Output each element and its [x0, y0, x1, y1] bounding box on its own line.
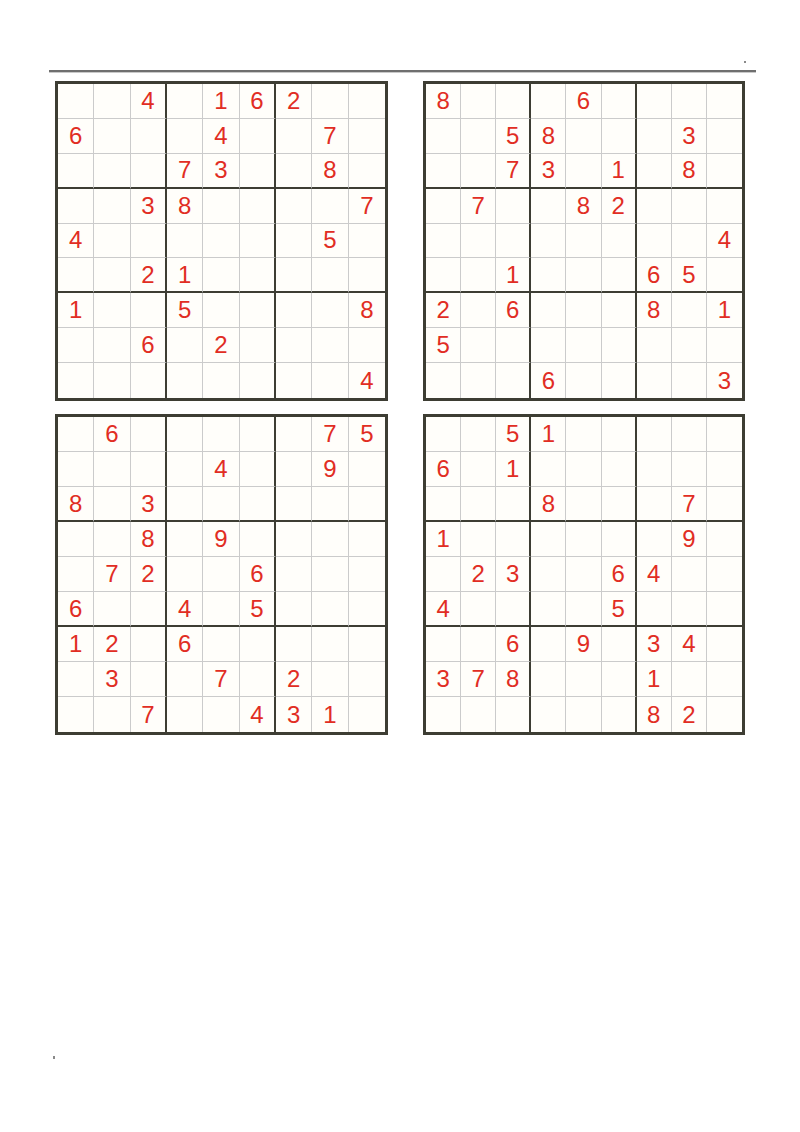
puzzle-4-cell-r6c3-empty[interactable]	[496, 592, 531, 627]
puzzle-1-cell-r5c7-empty[interactable]	[276, 224, 312, 259]
puzzle-4-cell-r9c7-given: 8	[637, 697, 672, 732]
puzzle-3-cell-r9c6-given: 4	[240, 697, 276, 732]
puzzle-3-cell-r2c6-empty[interactable]	[240, 452, 276, 487]
puzzle-2-cell-r8c7-empty[interactable]	[637, 328, 672, 363]
puzzle-2-cell-r3c2-empty[interactable]	[461, 154, 496, 189]
puzzle-4-cell-r8c6-empty[interactable]	[602, 662, 637, 697]
puzzle-4-cell-r6c4-empty[interactable]	[531, 592, 566, 627]
puzzle-3-cell-r9c7-given: 3	[276, 697, 312, 732]
puzzle-1-cell-r5c3-empty[interactable]	[131, 224, 167, 259]
puzzle-4-cell-r4c4-empty[interactable]	[531, 522, 566, 557]
puzzle-1-cell-r1c4-empty[interactable]	[167, 84, 203, 119]
puzzle-1-cell-r2c5-given: 4	[203, 119, 239, 154]
puzzle-1-cell-r5c9-empty[interactable]	[349, 224, 385, 259]
puzzle-4-cell-r5c9-empty[interactable]	[707, 557, 742, 592]
puzzle-3-cell-r9c5-empty[interactable]	[203, 697, 239, 732]
puzzle-3-cell-r4c7-empty[interactable]	[276, 522, 312, 557]
puzzle-1-cell-r4c4-given: 8	[167, 189, 203, 224]
puzzle-4-cell-r7c7-given: 3	[637, 627, 672, 662]
puzzle-1-cell-r7c6-empty[interactable]	[240, 293, 276, 328]
puzzle-2-cell-r2c7-empty[interactable]	[637, 119, 672, 154]
puzzle-4-cell-r1c3-given: 5	[496, 417, 531, 452]
puzzle-4-cell-r6c7-empty[interactable]	[637, 592, 672, 627]
puzzle-4-cell-r1c9-empty[interactable]	[707, 417, 742, 452]
puzzle-2-cell-r6c8-given: 5	[672, 258, 707, 293]
puzzle-2-cell-r4c9-empty[interactable]	[707, 189, 742, 224]
puzzle-4-cell-r6c9-empty[interactable]	[707, 592, 742, 627]
puzzle-3-cell-r6c3-empty[interactable]	[131, 592, 167, 627]
puzzle-2-cell-r2c3-given: 5	[496, 119, 531, 154]
puzzle-2-cell-r6c2-empty[interactable]	[461, 258, 496, 293]
puzzle-1-cell-r1c2-empty[interactable]	[94, 84, 130, 119]
puzzle-1-cell-r2c9-empty[interactable]	[349, 119, 385, 154]
puzzle-4-cell-r7c4-empty[interactable]	[531, 627, 566, 662]
puzzle-1-cell-r8c9-empty[interactable]	[349, 328, 385, 363]
puzzle-1-cell-r8c7-empty[interactable]	[276, 328, 312, 363]
puzzle-4-cell-r5c8-empty[interactable]	[672, 557, 707, 592]
puzzle-4-cell-r8c5-empty[interactable]	[566, 662, 601, 697]
puzzle-1-cell-r3c8-given: 8	[312, 154, 348, 189]
puzzle-4-cell-r2c4-empty[interactable]	[531, 452, 566, 487]
puzzle-2-cell-r7c4-empty[interactable]	[531, 293, 566, 328]
puzzle-2-cell-r7c9-given: 1	[707, 293, 742, 328]
puzzle-4-cell-r9c1-empty[interactable]	[426, 697, 461, 732]
puzzle-3-cell-r4c9-empty[interactable]	[349, 522, 385, 557]
puzzle-1-cell-r7c2-empty[interactable]	[94, 293, 130, 328]
puzzle-1-cell-r3c2-empty[interactable]	[94, 154, 130, 189]
puzzle-3-cell-r3c4-empty[interactable]	[167, 487, 203, 522]
puzzle-4-cell-r3c5-empty[interactable]	[566, 487, 601, 522]
puzzle-4-cell-r6c1-given: 4	[426, 592, 461, 627]
puzzle-2-cell-r8c4-empty[interactable]	[531, 328, 566, 363]
puzzle-4-cell-r3c7-empty[interactable]	[637, 487, 672, 522]
puzzle-1-cell-r9c6-empty[interactable]	[240, 363, 276, 398]
puzzle-1-cell-r1c7-given: 2	[276, 84, 312, 119]
puzzle-1-cell-r7c5-empty[interactable]	[203, 293, 239, 328]
puzzle-2-cell-r7c7-given: 8	[637, 293, 672, 328]
puzzle-2-cell-r9c3-empty[interactable]	[496, 363, 531, 398]
puzzle-3-cell-r4c5-given: 9	[203, 522, 239, 557]
puzzle-3-cell-r2c1-empty[interactable]	[58, 452, 94, 487]
puzzle-3-cell-r3c7-empty[interactable]	[276, 487, 312, 522]
puzzle-1-cell-r5c2-empty[interactable]	[94, 224, 130, 259]
puzzle-1-cell-r5c5-empty[interactable]	[203, 224, 239, 259]
puzzle-2-cell-r5c4-empty[interactable]	[531, 224, 566, 259]
puzzle-3-cell-r8c6-empty[interactable]	[240, 662, 276, 697]
puzzle-2-cell-r7c5-empty[interactable]	[566, 293, 601, 328]
puzzle-1-cell-r6c6-empty[interactable]	[240, 258, 276, 293]
puzzle-2-cell-r1c8-empty[interactable]	[672, 84, 707, 119]
puzzle-3-cell-r5c4-empty[interactable]	[167, 557, 203, 592]
puzzle-4-cell-r1c8-empty[interactable]	[672, 417, 707, 452]
puzzle-1-cell-r8c1-empty[interactable]	[58, 328, 94, 363]
puzzle-1-cell-r7c1-given: 1	[58, 293, 94, 328]
puzzle-1-cell-r1c1-empty[interactable]	[58, 84, 94, 119]
puzzle-1-cell-r6c7-empty[interactable]	[276, 258, 312, 293]
puzzle-2-cell-r1c4-empty[interactable]	[531, 84, 566, 119]
puzzle-4-cell-r9c9-empty[interactable]	[707, 697, 742, 732]
puzzle-1-cell-r4c9-given: 7	[349, 189, 385, 224]
puzzle-1-cell-r4c1-empty[interactable]	[58, 189, 94, 224]
puzzle-1-cell-r3c7-empty[interactable]	[276, 154, 312, 189]
puzzle-2-cell-r6c6-empty[interactable]	[602, 258, 637, 293]
puzzle-3-cell-r9c4-empty[interactable]	[167, 697, 203, 732]
puzzle-4-cell-r3c1-empty[interactable]	[426, 487, 461, 522]
puzzle-3-cell-r8c1-empty[interactable]	[58, 662, 94, 697]
puzzle-1-cell-r6c3-given: 2	[131, 258, 167, 293]
puzzle-4-cell-r4c9-empty[interactable]	[707, 522, 742, 557]
puzzle-3-cell-r6c6-given: 5	[240, 592, 276, 627]
puzzle-2-cell-r3c5-empty[interactable]	[566, 154, 601, 189]
puzzle-3-cell-r3c2-empty[interactable]	[94, 487, 130, 522]
puzzle-2-cell-r3c6-given: 1	[602, 154, 637, 189]
puzzle-1-cell-r2c8-given: 7	[312, 119, 348, 154]
puzzle-2-cell-r8c1-given: 5	[426, 328, 461, 363]
puzzle-2-cell-r9c2-empty[interactable]	[461, 363, 496, 398]
puzzle-2-cell-r4c7-empty[interactable]	[637, 189, 672, 224]
puzzle-4-cell-r1c5-empty[interactable]	[566, 417, 601, 452]
puzzle-4-cell-r2c5-empty[interactable]	[566, 452, 601, 487]
puzzle-3-cell-r5c7-empty[interactable]	[276, 557, 312, 592]
puzzle-3-cell-r5c8-empty[interactable]	[312, 557, 348, 592]
puzzle-2-cell-r4c5-given: 8	[566, 189, 601, 224]
puzzle-3-cell-r1c6-empty[interactable]	[240, 417, 276, 452]
puzzle-3-cell-r4c4-empty[interactable]	[167, 522, 203, 557]
puzzle-3-cell-r2c3-empty[interactable]	[131, 452, 167, 487]
puzzle-1-cell-r3c4-given: 7	[167, 154, 203, 189]
puzzle-4-cell-r1c2-empty[interactable]	[461, 417, 496, 452]
puzzle-4-cell-r2c8-empty[interactable]	[672, 452, 707, 487]
puzzle-1-cell-r3c3-empty[interactable]	[131, 154, 167, 189]
page-mark-top-right	[744, 61, 746, 63]
puzzle-3-cell-r7c8-empty[interactable]	[312, 627, 348, 662]
puzzle-2-cell-r8c6-empty[interactable]	[602, 328, 637, 363]
puzzle-3-cell-r2c2-empty[interactable]	[94, 452, 130, 487]
puzzle-1-cell-r7c7-empty[interactable]	[276, 293, 312, 328]
puzzle-4-cell-r9c2-empty[interactable]	[461, 697, 496, 732]
puzzle-2-cell-r4c2-given: 7	[461, 189, 496, 224]
puzzle-2-cell-r9c1-empty[interactable]	[426, 363, 461, 398]
puzzle-2-cell-r8c8-empty[interactable]	[672, 328, 707, 363]
puzzle-1-cell-r3c1-empty[interactable]	[58, 154, 94, 189]
puzzle-2-cell-r6c9-empty[interactable]	[707, 258, 742, 293]
puzzle-1-cell-r4c5-empty[interactable]	[203, 189, 239, 224]
puzzle-3-cell-r4c6-empty[interactable]	[240, 522, 276, 557]
puzzle-1-cell-r2c3-empty[interactable]	[131, 119, 167, 154]
puzzle-3-cell-r3c9-empty[interactable]	[349, 487, 385, 522]
puzzle-3-cell-r2c9-empty[interactable]	[349, 452, 385, 487]
puzzle-4-cell-r1c1-empty[interactable]	[426, 417, 461, 452]
puzzle-4-cell-r3c8-given: 7	[672, 487, 707, 522]
puzzle-2-cell-r5c1-empty[interactable]	[426, 224, 461, 259]
puzzle-4-cell-r7c5-given: 9	[566, 627, 601, 662]
puzzle-3-cell-r1c9-given: 5	[349, 417, 385, 452]
puzzle-1-cell-r9c3-empty[interactable]	[131, 363, 167, 398]
puzzle-3-cell-r5c1-empty[interactable]	[58, 557, 94, 592]
puzzle-1-cell-r5c6-empty[interactable]	[240, 224, 276, 259]
puzzle-2-cell-r1c1-given: 8	[426, 84, 461, 119]
puzzle-2-cell-r1c9-empty[interactable]	[707, 84, 742, 119]
puzzle-4-cell-r4c6-empty[interactable]	[602, 522, 637, 557]
puzzle-2-cell-r5c5-empty[interactable]	[566, 224, 601, 259]
puzzle-2-cell-r9c9-given: 3	[707, 363, 742, 398]
puzzle-2-cell-r2c2-empty[interactable]	[461, 119, 496, 154]
puzzle-2-cell-r2c5-empty[interactable]	[566, 119, 601, 154]
puzzle-4-cell-r5c3-given: 3	[496, 557, 531, 592]
puzzle-4-cell-r9c8-given: 2	[672, 697, 707, 732]
puzzle-3-cell-r6c8-empty[interactable]	[312, 592, 348, 627]
puzzle-2-cell-r4c1-empty[interactable]	[426, 189, 461, 224]
puzzle-1-cell-r8c8-empty[interactable]	[312, 328, 348, 363]
puzzle-3-cell-r8c4-empty[interactable]	[167, 662, 203, 697]
puzzle-1-cell-r9c8-empty[interactable]	[312, 363, 348, 398]
puzzle-2-cell-r4c8-empty[interactable]	[672, 189, 707, 224]
puzzle-3-cell-r7c9-empty[interactable]	[349, 627, 385, 662]
puzzle-1-cell-r7c4-given: 5	[167, 293, 203, 328]
puzzle-3-cell-r7c6-empty[interactable]	[240, 627, 276, 662]
puzzle-3-cell-r4c1-empty[interactable]	[58, 522, 94, 557]
puzzle-4-cell-r2c3-given: 1	[496, 452, 531, 487]
puzzle-4-cell-r6c8-empty[interactable]	[672, 592, 707, 627]
puzzle-3-cell-r7c4-given: 6	[167, 627, 203, 662]
puzzle-4-cell-r4c3-empty[interactable]	[496, 522, 531, 557]
puzzle-3-cell-r6c1-given: 6	[58, 592, 94, 627]
puzzle-1-cell-r7c8-empty[interactable]	[312, 293, 348, 328]
puzzle-3-cell-r8c5-given: 7	[203, 662, 239, 697]
puzzle-4-cell-r5c1-empty[interactable]	[426, 557, 461, 592]
puzzle-2-cell-r2c4-given: 8	[531, 119, 566, 154]
puzzle-1-cell-r5c4-empty[interactable]	[167, 224, 203, 259]
puzzle-3-cell-r1c3-empty[interactable]	[131, 417, 167, 452]
puzzle-2-cell-r8c9-empty[interactable]	[707, 328, 742, 363]
puzzle-2-cell-r5c3-empty[interactable]	[496, 224, 531, 259]
puzzle-3-cell-r8c9-empty[interactable]	[349, 662, 385, 697]
puzzle-3-cell-r9c9-empty[interactable]	[349, 697, 385, 732]
puzzle-2-cell-r6c7-given: 6	[637, 258, 672, 293]
puzzle-2-cell-r7c8-empty[interactable]	[672, 293, 707, 328]
puzzle-1-cell-r9c4-empty[interactable]	[167, 363, 203, 398]
puzzle-4-cell-r2c2-empty[interactable]	[461, 452, 496, 487]
puzzle-2-cell-r1c3-empty[interactable]	[496, 84, 531, 119]
puzzle-2-cell-r1c5-given: 6	[566, 84, 601, 119]
puzzle-1-cell-r4c8-empty[interactable]	[312, 189, 348, 224]
puzzle-2-cell-r9c4-given: 6	[531, 363, 566, 398]
puzzle-4-cell-r9c4-empty[interactable]	[531, 697, 566, 732]
sudoku-board-bottom-right: 516187192364456934378182	[423, 414, 745, 735]
puzzle-4-cell-r1c7-empty[interactable]	[637, 417, 672, 452]
puzzle-1-cell-r1c8-empty[interactable]	[312, 84, 348, 119]
puzzle-1-cell-r6c9-empty[interactable]	[349, 258, 385, 293]
puzzle-2-cell-r3c9-empty[interactable]	[707, 154, 742, 189]
puzzle-2-cell-r3c7-empty[interactable]	[637, 154, 672, 189]
puzzle-2-cell-r9c7-empty[interactable]	[637, 363, 672, 398]
puzzle-2-cell-r3c3-given: 7	[496, 154, 531, 189]
puzzle-4-cell-r7c3-given: 6	[496, 627, 531, 662]
puzzle-4-cell-r5c5-empty[interactable]	[566, 557, 601, 592]
puzzle-1-cell-r7c3-empty[interactable]	[131, 293, 167, 328]
puzzle-1-cell-r3c9-empty[interactable]	[349, 154, 385, 189]
puzzle-4-cell-r5c4-empty[interactable]	[531, 557, 566, 592]
puzzle-4-cell-r4c5-empty[interactable]	[566, 522, 601, 557]
puzzle-4-cell-r3c2-empty[interactable]	[461, 487, 496, 522]
puzzle-1-cell-r9c7-empty[interactable]	[276, 363, 312, 398]
puzzle-4-cell-r3c9-empty[interactable]	[707, 487, 742, 522]
puzzle-4-cell-r5c6-given: 6	[602, 557, 637, 592]
puzzle-4-cell-r5c2-given: 2	[461, 557, 496, 592]
puzzle-3-cell-r6c4-given: 4	[167, 592, 203, 627]
puzzle-1-cell-r9c9-given: 4	[349, 363, 385, 398]
puzzle-1-cell-r9c1-empty[interactable]	[58, 363, 94, 398]
puzzle-1-cell-r1c9-empty[interactable]	[349, 84, 385, 119]
puzzle-1-cell-r8c2-empty[interactable]	[94, 328, 130, 363]
puzzle-4-cell-r7c6-empty[interactable]	[602, 627, 637, 662]
puzzle-3-cell-r7c3-empty[interactable]	[131, 627, 167, 662]
puzzle-4-cell-r7c2-empty[interactable]	[461, 627, 496, 662]
puzzle-2-cell-r1c7-empty[interactable]	[637, 84, 672, 119]
puzzle-4-cell-r8c1-given: 3	[426, 662, 461, 697]
puzzle-3-cell-r6c9-empty[interactable]	[349, 592, 385, 627]
puzzle-2-cell-r9c8-empty[interactable]	[672, 363, 707, 398]
puzzle-3-cell-r9c2-empty[interactable]	[94, 697, 130, 732]
puzzle-1-cell-r8c6-empty[interactable]	[240, 328, 276, 363]
puzzle-2-cell-r5c7-empty[interactable]	[637, 224, 672, 259]
puzzle-4-cell-r8c3-given: 8	[496, 662, 531, 697]
puzzle-4-cell-r7c1-empty[interactable]	[426, 627, 461, 662]
puzzle-2-cell-r2c6-empty[interactable]	[602, 119, 637, 154]
puzzle-2-cell-r4c3-empty[interactable]	[496, 189, 531, 224]
puzzle-1-cell-r8c4-empty[interactable]	[167, 328, 203, 363]
puzzle-2-cell-r3c1-empty[interactable]	[426, 154, 461, 189]
puzzle-2-cell-r6c4-empty[interactable]	[531, 258, 566, 293]
puzzle-3-cell-r6c7-empty[interactable]	[276, 592, 312, 627]
puzzle-4-cell-r9c6-empty[interactable]	[602, 697, 637, 732]
puzzle-3-cell-r8c8-empty[interactable]	[312, 662, 348, 697]
puzzle-3-cell-r7c7-empty[interactable]	[276, 627, 312, 662]
puzzle-2-cell-r9c5-empty[interactable]	[566, 363, 601, 398]
puzzle-4-cell-r4c2-empty[interactable]	[461, 522, 496, 557]
puzzle-2-cell-r1c6-empty[interactable]	[602, 84, 637, 119]
puzzle-1-cell-r2c2-empty[interactable]	[94, 119, 130, 154]
worksheet-page: 41626477383874521158624 8658373187824165…	[0, 0, 800, 1132]
header-rule	[49, 70, 756, 73]
puzzle-1-cell-r2c6-empty[interactable]	[240, 119, 276, 154]
puzzle-2-cell-r2c9-empty[interactable]	[707, 119, 742, 154]
puzzle-4-cell-r6c5-empty[interactable]	[566, 592, 601, 627]
puzzle-3-cell-r7c2-given: 2	[94, 627, 130, 662]
puzzle-3-cell-r5c5-empty[interactable]	[203, 557, 239, 592]
puzzle-1-cell-r9c5-empty[interactable]	[203, 363, 239, 398]
puzzle-3-cell-r4c2-empty[interactable]	[94, 522, 130, 557]
puzzle-2-cell-r7c2-empty[interactable]	[461, 293, 496, 328]
puzzle-3-cell-r8c3-empty[interactable]	[131, 662, 167, 697]
puzzle-2-cell-r6c5-empty[interactable]	[566, 258, 601, 293]
puzzle-4-cell-r4c7-empty[interactable]	[637, 522, 672, 557]
puzzle-3-cell-r2c4-empty[interactable]	[167, 452, 203, 487]
puzzle-2-cell-r8c2-empty[interactable]	[461, 328, 496, 363]
puzzle-2-cell-r8c3-empty[interactable]	[496, 328, 531, 363]
puzzle-3-cell-r7c5-empty[interactable]	[203, 627, 239, 662]
puzzle-2-cell-r1c2-empty[interactable]	[461, 84, 496, 119]
puzzle-3-cell-r3c6-empty[interactable]	[240, 487, 276, 522]
puzzle-1-cell-r1c6-given: 6	[240, 84, 276, 119]
puzzle-3-cell-r5c9-empty[interactable]	[349, 557, 385, 592]
puzzle-1-cell-r4c6-empty[interactable]	[240, 189, 276, 224]
puzzle-3-cell-r3c8-empty[interactable]	[312, 487, 348, 522]
puzzle-1-cell-r6c8-empty[interactable]	[312, 258, 348, 293]
puzzle-1-cell-r9c2-empty[interactable]	[94, 363, 130, 398]
puzzle-3-cell-r3c3-given: 3	[131, 487, 167, 522]
puzzle-3-cell-r1c1-empty[interactable]	[58, 417, 94, 452]
puzzle-4-cell-r8c8-empty[interactable]	[672, 662, 707, 697]
puzzle-2-cell-r8c5-empty[interactable]	[566, 328, 601, 363]
puzzle-2-cell-r6c3-given: 1	[496, 258, 531, 293]
puzzle-4-cell-r8c2-given: 7	[461, 662, 496, 697]
puzzle-1-cell-r6c2-empty[interactable]	[94, 258, 130, 293]
puzzle-3-cell-r2c8-given: 9	[312, 452, 348, 487]
puzzle-3-cell-r3c5-empty[interactable]	[203, 487, 239, 522]
puzzle-4-cell-r8c4-empty[interactable]	[531, 662, 566, 697]
puzzle-1-cell-r4c2-empty[interactable]	[94, 189, 130, 224]
puzzle-1-cell-r3c6-empty[interactable]	[240, 154, 276, 189]
puzzle-4-cell-r3c3-empty[interactable]	[496, 487, 531, 522]
puzzle-2-cell-r5c8-empty[interactable]	[672, 224, 707, 259]
puzzle-3-cell-r8c2-given: 3	[94, 662, 130, 697]
sudoku-board-bottom-left: 6754983897266451263727431	[55, 414, 388, 735]
puzzle-3-cell-r1c7-empty[interactable]	[276, 417, 312, 452]
puzzle-3-cell-r1c5-empty[interactable]	[203, 417, 239, 452]
puzzle-1-cell-r1c3-given: 4	[131, 84, 167, 119]
puzzle-3-cell-r6c2-empty[interactable]	[94, 592, 130, 627]
puzzle-1-cell-r6c5-empty[interactable]	[203, 258, 239, 293]
puzzle-2-cell-r5c6-empty[interactable]	[602, 224, 637, 259]
puzzle-4-cell-r2c6-empty[interactable]	[602, 452, 637, 487]
puzzle-4-cell-r1c6-empty[interactable]	[602, 417, 637, 452]
puzzle-1-cell-r8c5-given: 2	[203, 328, 239, 363]
puzzle-1-cell-r8c3-given: 6	[131, 328, 167, 363]
puzzle-1-cell-r4c7-empty[interactable]	[276, 189, 312, 224]
puzzle-4-cell-r2c7-empty[interactable]	[637, 452, 672, 487]
puzzle-4-cell-r9c3-empty[interactable]	[496, 697, 531, 732]
puzzle-1-cell-r2c1-given: 6	[58, 119, 94, 154]
puzzle-3-cell-r1c4-empty[interactable]	[167, 417, 203, 452]
puzzle-4-cell-r4c1-given: 1	[426, 522, 461, 557]
puzzle-4-cell-r1c4-given: 1	[531, 417, 566, 452]
puzzle-2-cell-r5c2-empty[interactable]	[461, 224, 496, 259]
puzzle-1-cell-r2c7-empty[interactable]	[276, 119, 312, 154]
puzzle-2-cell-r2c1-empty[interactable]	[426, 119, 461, 154]
puzzle-3-cell-r2c7-empty[interactable]	[276, 452, 312, 487]
puzzle-1-cell-r2c4-empty[interactable]	[167, 119, 203, 154]
puzzle-2-cell-r4c4-empty[interactable]	[531, 189, 566, 224]
puzzle-4-cell-r6c2-empty[interactable]	[461, 592, 496, 627]
puzzle-3-cell-r3c1-given: 8	[58, 487, 94, 522]
puzzle-2-cell-r7c1-given: 2	[426, 293, 461, 328]
puzzle-3-cell-r9c8-given: 1	[312, 697, 348, 732]
puzzle-3-cell-r4c8-empty[interactable]	[312, 522, 348, 557]
puzzle-3-cell-r1c2-given: 6	[94, 417, 130, 452]
puzzle-4-cell-r9c5-empty[interactable]	[566, 697, 601, 732]
puzzle-4-cell-r3c6-empty[interactable]	[602, 487, 637, 522]
puzzle-3-cell-r6c5-empty[interactable]	[203, 592, 239, 627]
puzzle-1-cell-r6c1-empty[interactable]	[58, 258, 94, 293]
puzzle-4-cell-r7c9-empty[interactable]	[707, 627, 742, 662]
puzzle-4-cell-r8c9-empty[interactable]	[707, 662, 742, 697]
puzzle-2-cell-r7c6-empty[interactable]	[602, 293, 637, 328]
puzzle-3-cell-r9c1-empty[interactable]	[58, 697, 94, 732]
puzzle-2-cell-r6c1-empty[interactable]	[426, 258, 461, 293]
puzzle-2-cell-r9c6-empty[interactable]	[602, 363, 637, 398]
puzzle-4-cell-r2c9-empty[interactable]	[707, 452, 742, 487]
